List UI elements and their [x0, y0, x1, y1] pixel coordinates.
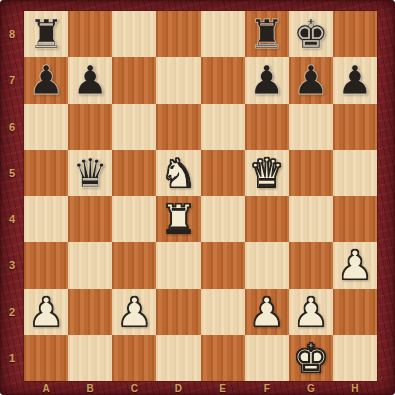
black-rook-f8[interactable]: ♜	[249, 14, 285, 54]
file-label-c: C	[112, 381, 156, 395]
square-c5[interactable]	[112, 150, 156, 196]
square-g3[interactable]	[289, 242, 333, 288]
square-c1[interactable]	[112, 335, 156, 381]
square-f4[interactable]	[245, 196, 289, 242]
square-c2[interactable]: ♟	[112, 289, 156, 335]
square-a3[interactable]	[24, 242, 68, 288]
square-c3[interactable]	[112, 242, 156, 288]
square-f5[interactable]: ♛	[245, 150, 289, 196]
square-f7[interactable]: ♟	[245, 57, 289, 103]
square-f6[interactable]	[245, 104, 289, 150]
square-h3[interactable]: ♟	[333, 242, 377, 288]
square-a1[interactable]	[24, 335, 68, 381]
chess-board-window: ♜♜♚♟♟♟♟♟♛♞♛♜♟♟♟♟♟♚ 87654321 ABCDEFGH	[0, 0, 395, 395]
rank-label-1: 1	[0, 335, 24, 381]
square-b4[interactable]	[68, 196, 112, 242]
square-c7[interactable]	[112, 57, 156, 103]
square-b5[interactable]: ♛	[68, 150, 112, 196]
black-pawn-h7[interactable]: ♟	[337, 60, 373, 100]
black-pawn-g7[interactable]: ♟	[293, 60, 329, 100]
white-king-g1[interactable]: ♚	[293, 338, 329, 378]
square-d7[interactable]	[156, 57, 200, 103]
rank-label-7: 7	[0, 57, 24, 103]
white-pawn-c2[interactable]: ♟	[116, 292, 152, 332]
square-h1[interactable]	[333, 335, 377, 381]
square-a2[interactable]: ♟	[24, 289, 68, 335]
file-label-b: B	[68, 381, 112, 395]
square-g5[interactable]	[289, 150, 333, 196]
square-f1[interactable]	[245, 335, 289, 381]
rank-label-4: 4	[0, 196, 24, 242]
white-pawn-g2[interactable]: ♟	[293, 292, 329, 332]
square-a8[interactable]: ♜	[24, 11, 68, 57]
black-pawn-a7[interactable]: ♟	[28, 60, 64, 100]
square-a5[interactable]	[24, 150, 68, 196]
square-d5[interactable]: ♞	[156, 150, 200, 196]
square-d3[interactable]	[156, 242, 200, 288]
square-e4[interactable]	[201, 196, 245, 242]
black-pawn-b7[interactable]: ♟	[72, 60, 108, 100]
file-label-f: F	[245, 381, 289, 395]
square-b8[interactable]	[68, 11, 112, 57]
square-g6[interactable]	[289, 104, 333, 150]
square-e7[interactable]	[201, 57, 245, 103]
square-e8[interactable]	[201, 11, 245, 57]
file-label-a: A	[24, 381, 68, 395]
square-g8[interactable]: ♚	[289, 11, 333, 57]
square-e3[interactable]	[201, 242, 245, 288]
square-e6[interactable]	[201, 104, 245, 150]
rank-label-8: 8	[0, 11, 24, 57]
black-rook-a8[interactable]: ♜	[28, 14, 64, 54]
rank-label-3: 3	[0, 242, 24, 288]
chess-board: ♜♜♚♟♟♟♟♟♛♞♛♜♟♟♟♟♟♚	[24, 11, 377, 381]
square-b3[interactable]	[68, 242, 112, 288]
white-pawn-h3[interactable]: ♟	[337, 245, 373, 285]
square-a6[interactable]	[24, 104, 68, 150]
square-h2[interactable]	[333, 289, 377, 335]
square-f2[interactable]: ♟	[245, 289, 289, 335]
square-e5[interactable]	[201, 150, 245, 196]
square-a4[interactable]	[24, 196, 68, 242]
rank-coordinates: 87654321	[0, 11, 24, 381]
square-g4[interactable]	[289, 196, 333, 242]
square-b1[interactable]	[68, 335, 112, 381]
file-label-h: H	[333, 381, 377, 395]
white-queen-f5[interactable]: ♛	[249, 153, 285, 193]
white-knight-d5[interactable]: ♞	[161, 153, 197, 193]
square-f3[interactable]	[245, 242, 289, 288]
file-label-e: E	[201, 381, 245, 395]
square-h8[interactable]	[333, 11, 377, 57]
square-d8[interactable]	[156, 11, 200, 57]
square-h5[interactable]	[333, 150, 377, 196]
square-d2[interactable]	[156, 289, 200, 335]
white-rook-d4[interactable]: ♜	[161, 199, 197, 239]
square-c8[interactable]	[112, 11, 156, 57]
square-g2[interactable]: ♟	[289, 289, 333, 335]
square-d4[interactable]: ♜	[156, 196, 200, 242]
file-coordinates: ABCDEFGH	[24, 381, 377, 395]
square-d6[interactable]	[156, 104, 200, 150]
square-c4[interactable]	[112, 196, 156, 242]
square-b7[interactable]: ♟	[68, 57, 112, 103]
square-c6[interactable]	[112, 104, 156, 150]
file-label-d: D	[156, 381, 200, 395]
rank-label-5: 5	[0, 150, 24, 196]
black-king-g8[interactable]: ♚	[293, 14, 329, 54]
square-h4[interactable]	[333, 196, 377, 242]
square-h6[interactable]	[333, 104, 377, 150]
square-e1[interactable]	[201, 335, 245, 381]
black-queen-b5[interactable]: ♛	[72, 153, 108, 193]
square-b6[interactable]	[68, 104, 112, 150]
rank-label-2: 2	[0, 289, 24, 335]
white-pawn-f2[interactable]: ♟	[249, 292, 285, 332]
square-d1[interactable]	[156, 335, 200, 381]
file-label-g: G	[289, 381, 333, 395]
square-e2[interactable]	[201, 289, 245, 335]
square-g1[interactable]: ♚	[289, 335, 333, 381]
white-pawn-a2[interactable]: ♟	[28, 292, 64, 332]
square-b2[interactable]	[68, 289, 112, 335]
square-g7[interactable]: ♟	[289, 57, 333, 103]
rank-label-6: 6	[0, 104, 24, 150]
square-a7[interactable]: ♟	[24, 57, 68, 103]
square-h7[interactable]: ♟	[333, 57, 377, 103]
square-f8[interactable]: ♜	[245, 11, 289, 57]
black-pawn-f7[interactable]: ♟	[249, 60, 285, 100]
